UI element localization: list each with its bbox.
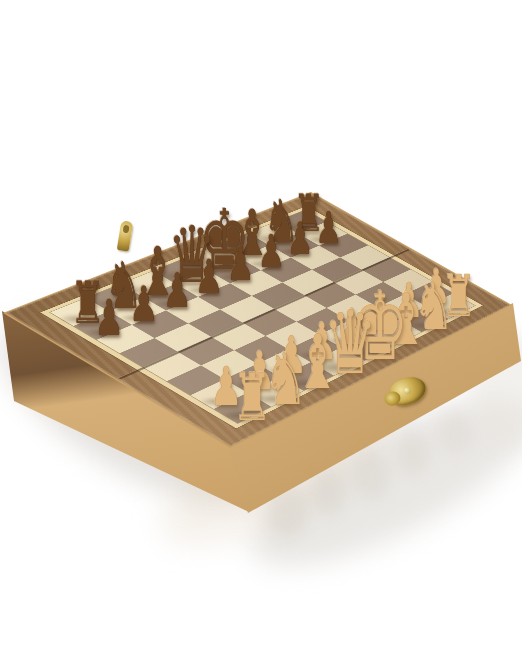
- piece-cast-shadow: [312, 470, 346, 516]
- chess-set-photo: ♜♞♝♛♚♝♞♜♟♟♟♟♟♟♟♟♟♟♟♟♟♟♟♟♜♞♝♛♚♝♞♜: [0, 0, 522, 652]
- brass-hinge-hook-icon: [117, 220, 134, 252]
- brass-latch-icon: [387, 374, 429, 409]
- board-frame: [3, 192, 512, 448]
- floor-reflection: [470, 330, 522, 450]
- piece-cast-shadow: [352, 452, 390, 500]
- piece-cast-shadow: [268, 486, 308, 538]
- piece-cast-shadow: [438, 412, 472, 454]
- piece-cast-shadow: [396, 432, 430, 476]
